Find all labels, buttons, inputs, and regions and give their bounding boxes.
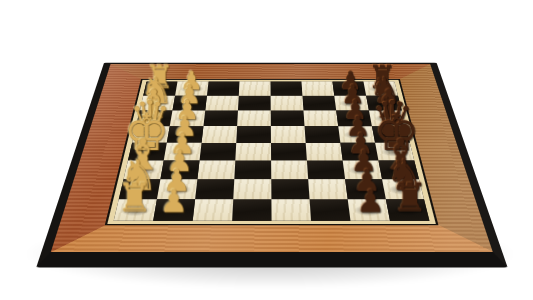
square-f3 <box>197 160 235 179</box>
piece-white-pawn: ♟ <box>159 186 187 217</box>
square-h4 <box>232 199 271 220</box>
chess-board: ♜♟♟♜♞♟♟♞♝♟♟♝♛♟♟♛♚♟♟♚♝♟♟♝♞♟♟♞♜♟♟♜ <box>36 63 507 268</box>
square-h5 <box>271 199 311 220</box>
square-e4 <box>235 143 271 161</box>
square-e5 <box>271 143 307 161</box>
square-b4 <box>238 96 271 111</box>
square-d6 <box>305 126 341 143</box>
square-e6 <box>306 143 343 161</box>
square-b6 <box>302 96 336 111</box>
square-a3 <box>207 82 240 96</box>
board-maple-border: ♜♟♟♜♞♟♟♞♝♟♟♝♛♟♟♛♚♟♟♚♝♟♟♝♞♟♟♞♜♟♟♜ <box>107 80 436 224</box>
square-c5 <box>271 110 305 126</box>
square-a6 <box>301 82 334 96</box>
square-h3 <box>193 199 234 220</box>
square-h1: ♜ <box>114 199 157 220</box>
board-grid: ♜♟♟♜♞♟♟♞♝♟♟♝♛♟♟♛♚♟♟♚♝♟♟♝♞♟♟♞♜♟♟♜ <box>114 82 430 221</box>
square-a4 <box>239 82 271 96</box>
piece-black-rook: ♜ <box>392 179 427 218</box>
square-h7: ♟ <box>348 199 390 220</box>
piece-black-pawn: ♟ <box>356 186 384 217</box>
square-h2: ♟ <box>153 199 195 220</box>
square-c6 <box>303 110 338 126</box>
square-b5 <box>271 96 304 111</box>
square-g6 <box>308 179 348 199</box>
square-e3 <box>200 143 237 161</box>
square-h8: ♜ <box>386 199 430 220</box>
square-f4 <box>234 160 271 179</box>
square-d5 <box>271 126 306 143</box>
square-d3 <box>202 126 238 143</box>
board-perspective-wrapper: ♜♟♟♜♞♟♟♞♝♟♟♝♛♟♟♛♚♟♟♚♝♟♟♝♞♟♟♞♜♟♟♜ <box>36 63 507 268</box>
square-g4 <box>233 179 271 199</box>
square-h6 <box>310 199 351 220</box>
square-b3 <box>205 96 239 111</box>
product-photo-scene: ♜♟♟♜♞♟♟♞♝♟♟♝♛♟♟♛♚♟♟♚♝♟♟♝♞♟♟♞♜♟♟♜ <box>0 0 533 300</box>
board-wood-frame: ♜♟♟♜♞♟♟♞♝♟♟♝♛♟♟♛♚♟♟♚♝♟♟♝♞♟♟♞♜♟♟♜ <box>51 64 493 252</box>
square-c3 <box>203 110 238 126</box>
piece-white-rook: ♜ <box>116 179 151 218</box>
square-f6 <box>307 160 345 179</box>
square-g3 <box>195 179 234 199</box>
square-f5 <box>271 160 308 179</box>
square-g5 <box>271 179 309 199</box>
square-d4 <box>236 126 271 143</box>
square-a5 <box>270 82 302 96</box>
square-c4 <box>237 110 271 126</box>
